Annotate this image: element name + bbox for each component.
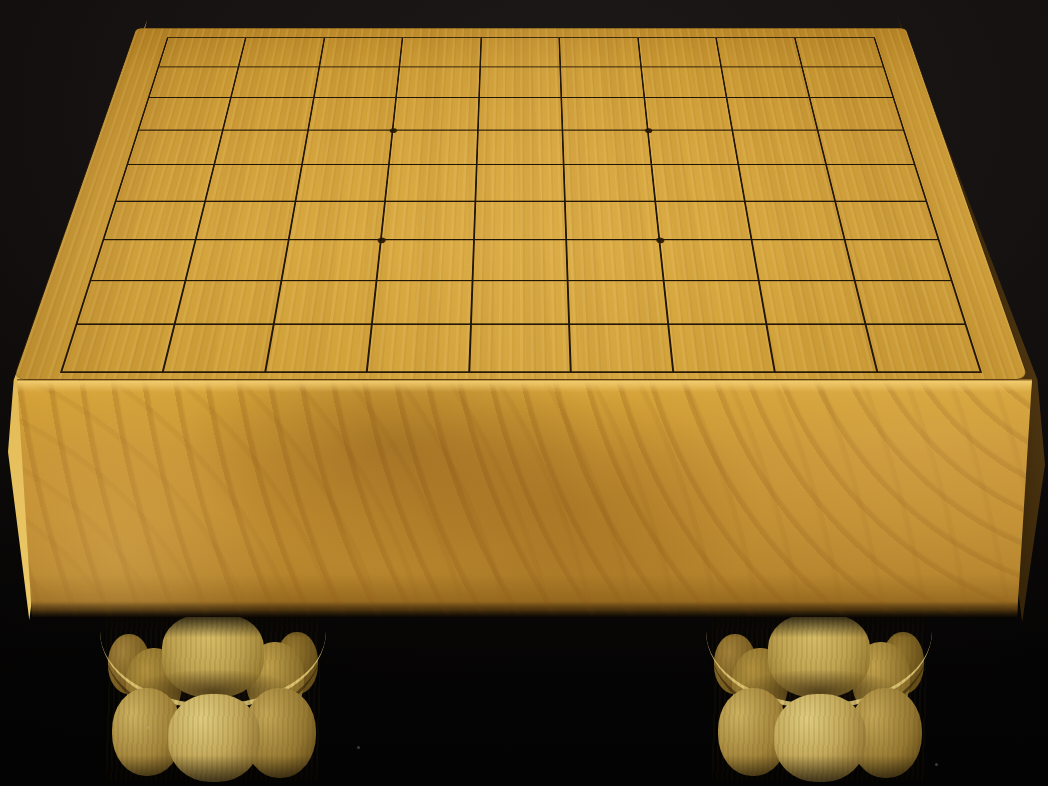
grid-cell[interactable] — [400, 38, 481, 67]
grid-cell[interactable] — [187, 240, 290, 281]
grid-cell[interactable] — [480, 67, 563, 98]
grid-cell[interactable] — [266, 325, 373, 372]
grid-cell[interactable] — [567, 240, 664, 281]
grid-cell[interactable] — [566, 202, 660, 241]
grid-cell[interactable] — [397, 67, 481, 98]
grid-cell[interactable] — [476, 165, 566, 201]
hoshi-dot — [656, 237, 665, 243]
grid-cell[interactable] — [656, 202, 753, 241]
grid-cell[interactable] — [795, 38, 883, 67]
grid-cell[interactable] — [239, 38, 325, 67]
grid-cell[interactable] — [746, 202, 845, 241]
grid-cell[interactable] — [639, 38, 723, 67]
photo-scene — [0, 0, 1048, 786]
grid-cell[interactable] — [382, 202, 476, 241]
board-leg-right — [712, 614, 926, 782]
grid-cell[interactable] — [104, 202, 206, 241]
grid-cell[interactable] — [569, 281, 669, 325]
grid-cell[interactable] — [378, 240, 475, 281]
board-leg-left — [106, 614, 320, 782]
grid-cell[interactable] — [739, 165, 835, 201]
dust-speck — [935, 763, 938, 766]
grid — [60, 37, 982, 373]
grid-cell[interactable] — [768, 325, 878, 372]
grid-cell[interactable] — [314, 67, 400, 98]
grid-cell[interactable] — [760, 281, 866, 325]
grid-cell[interactable] — [320, 38, 404, 67]
grid-cell[interactable] — [176, 281, 282, 325]
dust-speck — [147, 726, 150, 729]
grid-cell[interactable] — [481, 38, 561, 67]
grid-cell[interactable] — [128, 131, 224, 165]
grid-cell[interactable] — [289, 202, 386, 241]
board-front-face — [17, 379, 1032, 617]
grid-cell[interactable] — [563, 131, 652, 165]
grid-cell[interactable] — [733, 131, 826, 165]
grid-cell[interactable] — [91, 240, 197, 281]
grid-cell[interactable] — [722, 67, 810, 98]
grid-cell[interactable] — [477, 131, 564, 165]
grid-cell[interactable] — [139, 98, 232, 131]
hoshi-dot — [644, 128, 652, 133]
board-top-surface — [14, 28, 1028, 379]
grid-cell[interactable] — [827, 165, 926, 201]
grid-cell[interactable] — [645, 98, 733, 131]
grid-cell[interactable] — [565, 165, 656, 201]
grid-cell[interactable] — [561, 67, 645, 98]
grid-cell[interactable] — [669, 325, 776, 372]
grid-cell[interactable] — [197, 202, 296, 241]
grid-cell[interactable] — [472, 281, 571, 325]
grid-cell[interactable] — [560, 38, 641, 67]
grid-cell[interactable] — [642, 67, 728, 98]
grid-cell[interactable] — [717, 38, 803, 67]
grid-cell[interactable] — [232, 67, 320, 98]
grid-cell[interactable] — [570, 325, 674, 372]
grid-cell[interactable] — [215, 131, 308, 165]
grid-cell[interactable] — [753, 240, 856, 281]
grid-cell[interactable] — [282, 240, 382, 281]
grid-cell[interactable] — [394, 98, 480, 131]
grid-cell[interactable] — [479, 98, 564, 131]
grid-cell[interactable] — [303, 131, 394, 165]
grid-cell[interactable] — [855, 281, 964, 325]
grid-cell[interactable] — [296, 165, 390, 201]
leg-lobe — [774, 694, 866, 782]
grid-cell[interactable] — [77, 281, 186, 325]
grid-cell[interactable] — [648, 131, 739, 165]
grid-cell[interactable] — [810, 98, 903, 131]
grid-cell[interactable] — [206, 165, 302, 201]
grid-cell[interactable] — [373, 281, 473, 325]
grid-cell[interactable] — [62, 325, 175, 372]
grid-cell[interactable] — [224, 98, 315, 131]
grid-cell[interactable] — [149, 67, 239, 98]
grid-cell[interactable] — [562, 98, 648, 131]
grid-cell[interactable] — [159, 38, 247, 67]
grid-cell[interactable] — [309, 98, 397, 131]
grid-cell[interactable] — [836, 202, 938, 241]
grid-cell[interactable] — [660, 240, 760, 281]
grid-cell[interactable] — [664, 281, 767, 325]
grid-cell[interactable] — [116, 165, 215, 201]
grid-cell[interactable] — [473, 240, 569, 281]
grid-cell[interactable] — [390, 131, 479, 165]
grid-cell[interactable] — [845, 240, 951, 281]
grid-cell[interactable] — [475, 202, 568, 241]
grid-cell[interactable] — [728, 98, 819, 131]
grid-cell[interactable] — [470, 325, 572, 372]
dust-speck — [357, 746, 360, 749]
grid-cell[interactable] — [164, 325, 274, 372]
grid-cell[interactable] — [803, 67, 893, 98]
grid-cell[interactable] — [274, 281, 377, 325]
grid-cell[interactable] — [368, 325, 472, 372]
grid-cell[interactable] — [866, 325, 979, 372]
leg-lobe — [168, 694, 260, 782]
grid-cell[interactable] — [652, 165, 746, 201]
grid-cell[interactable] — [386, 165, 477, 201]
grid-cell[interactable] — [818, 131, 914, 165]
